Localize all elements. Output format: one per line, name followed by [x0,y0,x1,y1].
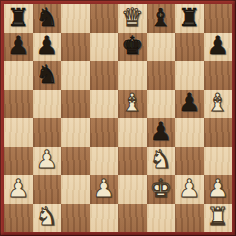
square-f2[interactable]: ♚ [147,175,176,204]
square-g1[interactable] [175,204,204,233]
square-d5[interactable] [90,90,119,119]
white-queen-e8[interactable]: ♛ [121,5,143,30]
square-c7[interactable] [61,33,90,62]
black-king-e7[interactable]: ♚ [121,33,143,58]
square-g2[interactable]: ♟ [175,175,204,204]
square-b1[interactable]: ♞ [33,204,62,233]
square-e1[interactable] [118,204,147,233]
square-d6[interactable] [90,61,119,90]
square-e5[interactable]: ♝ [118,90,147,119]
square-a1[interactable] [4,204,33,233]
square-b8[interactable]: ♞ [33,4,62,33]
square-c2[interactable] [61,175,90,204]
square-c3[interactable] [61,147,90,176]
square-d3[interactable] [90,147,119,176]
white-knight-f3[interactable]: ♞ [150,147,172,172]
square-c1[interactable] [61,204,90,233]
square-a5[interactable] [4,90,33,119]
square-b3[interactable]: ♟ [33,147,62,176]
white-knight-b1[interactable]: ♞ [36,204,58,229]
square-b2[interactable] [33,175,62,204]
chess-board: ♜♞♛♝♜♟♟♚♟♞♝♟♝♟♟♞♟♟♚♟♟♞♜ [0,0,236,236]
square-f1[interactable] [147,204,176,233]
black-pawn-f4[interactable]: ♟ [150,119,172,144]
square-e2[interactable] [118,175,147,204]
white-pawn-g2[interactable]: ♟ [178,176,200,201]
white-pawn-d2[interactable]: ♟ [93,176,115,201]
black-rook-g8[interactable]: ♜ [178,5,200,30]
square-f3[interactable]: ♞ [147,147,176,176]
square-a3[interactable] [4,147,33,176]
square-d8[interactable] [90,4,119,33]
square-e8[interactable]: ♛ [118,4,147,33]
square-f5[interactable] [147,90,176,119]
black-pawn-a7[interactable]: ♟ [7,33,29,58]
square-h8[interactable] [204,4,233,33]
square-b4[interactable] [33,118,62,147]
square-a2[interactable]: ♟ [4,175,33,204]
square-a6[interactable] [4,61,33,90]
square-h5[interactable]: ♝ [204,90,233,119]
black-rook-a8[interactable]: ♜ [7,5,29,30]
square-e3[interactable] [118,147,147,176]
square-c6[interactable] [61,61,90,90]
square-e4[interactable] [118,118,147,147]
square-g6[interactable] [175,61,204,90]
square-g4[interactable] [175,118,204,147]
square-h2[interactable]: ♟ [204,175,233,204]
square-b7[interactable]: ♟ [33,33,62,62]
square-b6[interactable]: ♞ [33,61,62,90]
chess-board-grid: ♜♞♛♝♜♟♟♚♟♞♝♟♝♟♟♞♟♟♚♟♟♞♜ [4,4,232,232]
square-g5[interactable]: ♟ [175,90,204,119]
square-f8[interactable]: ♝ [147,4,176,33]
square-g3[interactable] [175,147,204,176]
black-pawn-b7[interactable]: ♟ [36,33,58,58]
white-pawn-h2[interactable]: ♟ [207,176,229,201]
square-d7[interactable] [90,33,119,62]
square-h3[interactable] [204,147,233,176]
square-b5[interactable] [33,90,62,119]
square-a7[interactable]: ♟ [4,33,33,62]
square-h6[interactable] [204,61,233,90]
square-f6[interactable] [147,61,176,90]
square-c4[interactable] [61,118,90,147]
square-e7[interactable]: ♚ [118,33,147,62]
white-bishop-e5[interactable]: ♝ [121,90,143,115]
white-king-f2[interactable]: ♚ [150,176,172,201]
white-bishop-h5[interactable]: ♝ [207,90,229,115]
square-d2[interactable]: ♟ [90,175,119,204]
white-pawn-b3[interactable]: ♟ [36,147,58,172]
square-g8[interactable]: ♜ [175,4,204,33]
black-pawn-h7[interactable]: ♟ [207,33,229,58]
square-e6[interactable] [118,61,147,90]
square-c8[interactable] [61,4,90,33]
square-h7[interactable]: ♟ [204,33,233,62]
square-d1[interactable] [90,204,119,233]
square-d4[interactable] [90,118,119,147]
square-a8[interactable]: ♜ [4,4,33,33]
white-rook-h1[interactable]: ♜ [207,204,229,229]
black-bishop-f8[interactable]: ♝ [150,5,172,30]
black-pawn-g5[interactable]: ♟ [178,90,200,115]
black-knight-b8[interactable]: ♞ [36,5,58,30]
white-pawn-a2[interactable]: ♟ [7,176,29,201]
square-h1[interactable]: ♜ [204,204,233,233]
square-f4[interactable]: ♟ [147,118,176,147]
square-a4[interactable] [4,118,33,147]
square-h4[interactable] [204,118,233,147]
square-c5[interactable] [61,90,90,119]
square-g7[interactable] [175,33,204,62]
square-f7[interactable] [147,33,176,62]
black-knight-b6[interactable]: ♞ [36,62,58,87]
